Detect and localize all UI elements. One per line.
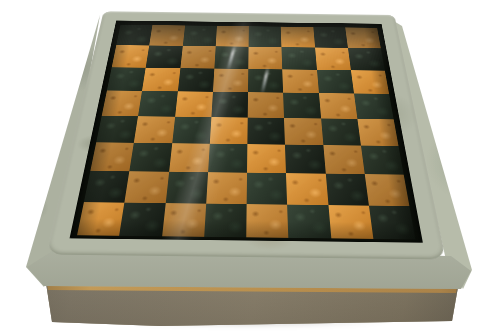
board-square[interactable]: [354, 94, 394, 120]
board-square[interactable]: [361, 145, 404, 174]
board-square[interactable]: [247, 144, 286, 173]
board-square[interactable]: [210, 117, 248, 144]
board-square[interactable]: [149, 25, 184, 46]
board-square[interactable]: [90, 142, 134, 171]
chess-board-photo: [0, 0, 500, 335]
board-square[interactable]: [323, 145, 365, 174]
board-inlay: [70, 21, 423, 243]
board-square[interactable]: [211, 92, 248, 117]
board-square[interactable]: [206, 172, 247, 203]
board-square[interactable]: [162, 203, 206, 237]
board-square[interactable]: [116, 25, 152, 46]
chess-board-grid: [77, 25, 415, 240]
board-square[interactable]: [281, 27, 315, 48]
board-square[interactable]: [177, 68, 214, 92]
board-square[interactable]: [249, 26, 282, 47]
board-square[interactable]: [172, 116, 211, 143]
board-square[interactable]: [286, 173, 328, 205]
board-square[interactable]: [315, 48, 351, 70]
board-square[interactable]: [325, 174, 368, 206]
board-square[interactable]: [285, 145, 325, 174]
board-square[interactable]: [313, 27, 348, 48]
board-square[interactable]: [284, 118, 323, 145]
board-square[interactable]: [287, 204, 331, 238]
board-square[interactable]: [146, 46, 183, 68]
board-square[interactable]: [351, 70, 389, 94]
board-square[interactable]: [107, 67, 146, 91]
board-square[interactable]: [283, 93, 320, 118]
board-square[interactable]: [125, 171, 169, 202]
board-square[interactable]: [102, 91, 142, 116]
board-square[interactable]: [345, 27, 381, 48]
board-square[interactable]: [248, 47, 282, 69]
board-square[interactable]: [282, 69, 318, 93]
board-square[interactable]: [208, 144, 248, 173]
board-square[interactable]: [130, 143, 172, 172]
board-square[interactable]: [321, 118, 361, 145]
board-square[interactable]: [204, 203, 247, 237]
board-square[interactable]: [365, 174, 410, 206]
board-square[interactable]: [182, 25, 216, 46]
board-square[interactable]: [213, 68, 249, 92]
board-square[interactable]: [369, 205, 416, 239]
board-square[interactable]: [357, 119, 398, 146]
board-square[interactable]: [165, 172, 208, 203]
board-square[interactable]: [134, 116, 175, 143]
board-square[interactable]: [248, 69, 283, 93]
board-square[interactable]: [180, 46, 215, 68]
board-square[interactable]: [138, 91, 177, 116]
board-square[interactable]: [348, 48, 385, 70]
board-rim: [46, 11, 446, 259]
board-square[interactable]: [169, 143, 210, 172]
board-square[interactable]: [247, 117, 285, 144]
board-square[interactable]: [214, 46, 248, 68]
board-square[interactable]: [175, 91, 213, 116]
board-square[interactable]: [246, 204, 288, 238]
board-square[interactable]: [142, 68, 180, 92]
board-square[interactable]: [247, 173, 288, 204]
board-square[interactable]: [119, 202, 165, 236]
board-square[interactable]: [328, 205, 373, 239]
board-square[interactable]: [215, 26, 248, 47]
board-square[interactable]: [319, 93, 358, 118]
board-square[interactable]: [112, 45, 150, 67]
board-square[interactable]: [77, 202, 125, 236]
board-square[interactable]: [248, 92, 284, 117]
board-square[interactable]: [282, 47, 317, 69]
board-square[interactable]: [84, 171, 130, 202]
board-square[interactable]: [317, 70, 354, 94]
board-square[interactable]: [96, 116, 138, 143]
